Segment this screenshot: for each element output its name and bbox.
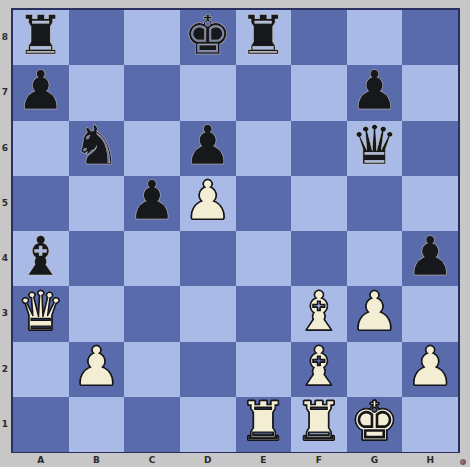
square-e8[interactable]: ♜ <box>236 10 292 65</box>
square-h5[interactable] <box>402 176 458 231</box>
piece-white-pawn[interactable]: ♟ <box>72 340 120 394</box>
square-c3[interactable] <box>124 286 180 341</box>
square-h3[interactable] <box>402 286 458 341</box>
square-e1[interactable]: ♜ <box>236 397 292 452</box>
square-g2[interactable] <box>347 342 403 397</box>
chess-board: ♜♚♜♟♟♞♟♛♟♟♝♟♛♝♟♟♝♟♜♜♚ <box>13 10 458 452</box>
piece-black-queen[interactable]: ♛ <box>350 119 398 173</box>
square-g6[interactable]: ♛ <box>347 121 403 176</box>
rank-label-6: 6 <box>0 121 10 176</box>
square-d7[interactable] <box>180 65 236 120</box>
corner-dot <box>460 459 466 465</box>
piece-white-pawn[interactable]: ♟ <box>350 285 398 339</box>
square-c8[interactable] <box>124 10 180 65</box>
square-b4[interactable] <box>69 231 125 286</box>
square-d8[interactable]: ♚ <box>180 10 236 65</box>
square-g5[interactable] <box>347 176 403 231</box>
square-d5[interactable]: ♟ <box>180 176 236 231</box>
square-g8[interactable] <box>347 10 403 65</box>
square-c2[interactable] <box>124 342 180 397</box>
square-b7[interactable] <box>69 65 125 120</box>
square-d1[interactable] <box>180 397 236 452</box>
file-label-g: G <box>347 453 403 467</box>
chess-board-frame: ♜♚♜♟♟♞♟♛♟♟♝♟♛♝♟♟♝♟♜♜♚ <box>11 8 460 453</box>
piece-black-knight[interactable]: ♞ <box>72 119 120 173</box>
square-e7[interactable] <box>236 65 292 120</box>
piece-black-rook[interactable]: ♜ <box>239 9 287 63</box>
piece-black-pawn[interactable]: ♟ <box>183 119 231 173</box>
square-c6[interactable] <box>124 121 180 176</box>
square-d4[interactable] <box>180 231 236 286</box>
rank-label-3: 3 <box>0 286 10 341</box>
square-c5[interactable]: ♟ <box>124 176 180 231</box>
file-label-c: C <box>124 453 180 467</box>
piece-white-king[interactable]: ♚ <box>350 395 398 449</box>
piece-white-bishop[interactable]: ♝ <box>295 285 343 339</box>
square-f5[interactable] <box>291 176 347 231</box>
square-f1[interactable]: ♜ <box>291 397 347 452</box>
square-g7[interactable]: ♟ <box>347 65 403 120</box>
piece-white-rook[interactable]: ♜ <box>239 395 287 449</box>
square-g3[interactable]: ♟ <box>347 286 403 341</box>
square-b2[interactable]: ♟ <box>69 342 125 397</box>
piece-black-rook[interactable]: ♜ <box>17 9 65 63</box>
piece-white-queen[interactable]: ♛ <box>17 285 65 339</box>
rank-label-5: 5 <box>0 176 10 231</box>
piece-black-bishop[interactable]: ♝ <box>17 230 65 284</box>
file-label-e: E <box>236 453 292 467</box>
square-d3[interactable] <box>180 286 236 341</box>
square-a3[interactable]: ♛ <box>13 286 69 341</box>
piece-black-pawn[interactable]: ♟ <box>350 64 398 118</box>
square-h2[interactable]: ♟ <box>402 342 458 397</box>
square-h7[interactable] <box>402 65 458 120</box>
square-d6[interactable]: ♟ <box>180 121 236 176</box>
square-c1[interactable] <box>124 397 180 452</box>
square-f3[interactable]: ♝ <box>291 286 347 341</box>
file-label-a: A <box>13 453 69 467</box>
square-e2[interactable] <box>236 342 292 397</box>
square-b5[interactable] <box>69 176 125 231</box>
square-g1[interactable]: ♚ <box>347 397 403 452</box>
square-d2[interactable] <box>180 342 236 397</box>
rank-label-4: 4 <box>0 231 10 286</box>
file-label-f: F <box>291 453 347 467</box>
square-h1[interactable] <box>402 397 458 452</box>
piece-black-pawn[interactable]: ♟ <box>128 174 176 228</box>
square-e4[interactable] <box>236 231 292 286</box>
square-f2[interactable]: ♝ <box>291 342 347 397</box>
file-label-h: H <box>402 453 458 467</box>
piece-white-pawn[interactable]: ♟ <box>406 340 454 394</box>
piece-white-rook[interactable]: ♜ <box>295 395 343 449</box>
square-b6[interactable]: ♞ <box>69 121 125 176</box>
square-b8[interactable] <box>69 10 125 65</box>
square-a1[interactable] <box>13 397 69 452</box>
rank-label-7: 7 <box>0 65 10 120</box>
square-a6[interactable] <box>13 121 69 176</box>
square-a7[interactable]: ♟ <box>13 65 69 120</box>
square-e3[interactable] <box>236 286 292 341</box>
square-f4[interactable] <box>291 231 347 286</box>
square-h8[interactable] <box>402 10 458 65</box>
square-a8[interactable]: ♜ <box>13 10 69 65</box>
square-a4[interactable]: ♝ <box>13 231 69 286</box>
rank-label-8: 8 <box>0 10 10 65</box>
square-b3[interactable] <box>69 286 125 341</box>
square-a5[interactable] <box>13 176 69 231</box>
square-c7[interactable] <box>124 65 180 120</box>
square-f6[interactable] <box>291 121 347 176</box>
square-g4[interactable] <box>347 231 403 286</box>
piece-black-pawn[interactable]: ♟ <box>17 64 65 118</box>
square-h4[interactable]: ♟ <box>402 231 458 286</box>
rank-label-2: 2 <box>0 342 10 397</box>
square-a2[interactable] <box>13 342 69 397</box>
piece-black-pawn[interactable]: ♟ <box>406 230 454 284</box>
square-b1[interactable] <box>69 397 125 452</box>
square-e5[interactable] <box>236 176 292 231</box>
square-e6[interactable] <box>236 121 292 176</box>
piece-white-pawn[interactable]: ♟ <box>183 174 231 228</box>
file-label-b: B <box>69 453 125 467</box>
square-f7[interactable] <box>291 65 347 120</box>
file-label-d: D <box>180 453 236 467</box>
rank-label-1: 1 <box>0 397 10 452</box>
piece-black-king[interactable]: ♚ <box>183 9 231 63</box>
square-h6[interactable] <box>402 121 458 176</box>
square-f8[interactable] <box>291 10 347 65</box>
square-c4[interactable] <box>124 231 180 286</box>
piece-white-bishop[interactable]: ♝ <box>295 340 343 394</box>
